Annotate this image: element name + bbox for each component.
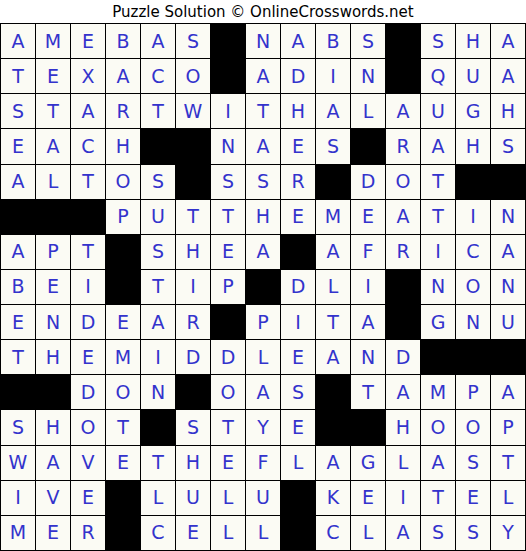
letter-cell-r13c4: E — [106, 446, 140, 480]
block-cell-r10c13 — [421, 340, 455, 374]
letter-cell-r2c5: C — [141, 59, 175, 93]
block-cell-r5c14 — [456, 165, 490, 199]
letter-cell-r10c7: D — [211, 340, 245, 374]
letter-cell-r13c11: G — [351, 446, 385, 480]
letter-cell-r10c2: H — [36, 340, 70, 374]
letter-cell-r2c14: U — [456, 59, 490, 93]
letter-cell-r3c13: U — [421, 94, 455, 128]
letter-cell-r6c5: U — [141, 200, 175, 234]
letter-cell-r1c13: S — [421, 24, 455, 58]
block-cell-r5c6 — [176, 165, 210, 199]
letter-cell-r7c7: E — [211, 235, 245, 269]
block-cell-r8c8 — [246, 270, 280, 304]
letter-cell-r15c1: M — [1, 516, 35, 550]
letter-cell-r9c4: E — [106, 305, 140, 339]
letter-cell-r14c5: L — [141, 481, 175, 515]
block-cell-r6c2 — [36, 200, 70, 234]
letter-cell-r15c3: R — [71, 516, 105, 550]
letter-cell-r9c5: A — [141, 305, 175, 339]
letter-cell-r1c6: S — [176, 24, 210, 58]
letter-cell-r14c8: U — [246, 481, 280, 515]
letter-cell-r13c12: L — [386, 446, 420, 480]
block-cell-r12c10 — [316, 410, 350, 444]
block-cell-r4c5 — [141, 129, 175, 163]
letter-cell-r4c9: E — [281, 129, 315, 163]
letter-cell-r2c3: X — [71, 59, 105, 93]
letter-cell-r6c14: I — [456, 200, 490, 234]
letter-cell-r9c8: P — [246, 305, 280, 339]
letter-cell-r11c12: A — [386, 375, 420, 409]
letter-cell-r6c12: A — [386, 200, 420, 234]
letter-cell-r6c4: P — [106, 200, 140, 234]
letter-cell-r15c12: A — [386, 516, 420, 550]
letter-cell-r13c14: S — [456, 446, 490, 480]
letter-cell-r13c1: W — [1, 446, 35, 480]
block-cell-r8c12 — [386, 270, 420, 304]
letter-cell-r13c3: V — [71, 446, 105, 480]
letter-cell-r10c4: M — [106, 340, 140, 374]
letter-cell-r4c2: A — [36, 129, 70, 163]
letter-cell-r15c13: S — [421, 516, 455, 550]
letter-cell-r11c14: P — [456, 375, 490, 409]
letter-cell-r15c11: L — [351, 516, 385, 550]
letter-cell-r14c7: L — [211, 481, 245, 515]
page-title: Puzzle Solution © OnlineCrosswords.net — [0, 0, 526, 23]
letter-cell-r6c11: E — [351, 200, 385, 234]
letter-cell-r13c10: A — [316, 446, 350, 480]
block-cell-r2c12 — [386, 59, 420, 93]
letter-cell-r8c6: I — [176, 270, 210, 304]
block-cell-r14c4 — [106, 481, 140, 515]
letter-cell-r5c8: S — [246, 165, 280, 199]
letter-cell-r2c8: A — [246, 59, 280, 93]
letter-cell-r13c8: F — [246, 446, 280, 480]
letter-cell-r7c10: A — [316, 235, 350, 269]
letter-cell-r9c6: R — [176, 305, 210, 339]
letter-cell-r1c10: B — [316, 24, 350, 58]
letter-cell-r12c8: Y — [246, 410, 280, 444]
letter-cell-r3c15: H — [491, 94, 525, 128]
letter-cell-r2c4: A — [106, 59, 140, 93]
letter-cell-r3c4: R — [106, 94, 140, 128]
letter-cell-r6c8: H — [246, 200, 280, 234]
letter-cell-r13c7: E — [211, 446, 245, 480]
letter-cell-r15c15: Y — [491, 516, 525, 550]
letter-cell-r4c8: A — [246, 129, 280, 163]
letter-cell-r8c13: N — [421, 270, 455, 304]
letter-cell-r1c5: A — [141, 24, 175, 58]
letter-cell-r14c14: E — [456, 481, 490, 515]
letter-cell-r7c6: H — [176, 235, 210, 269]
block-cell-r15c4 — [106, 516, 140, 550]
letter-cell-r2c13: Q — [421, 59, 455, 93]
letter-cell-r8c10: L — [316, 270, 350, 304]
crossword-grid: AMEBASNABSSHATEXACOADINQUASTARTWITHALAUG… — [0, 23, 526, 551]
block-cell-r7c9 — [281, 235, 315, 269]
letter-cell-r10c5: I — [141, 340, 175, 374]
letter-cell-r7c13: I — [421, 235, 455, 269]
block-cell-r4c6 — [176, 129, 210, 163]
letter-cell-r5c7: S — [211, 165, 245, 199]
letter-cell-r1c4: B — [106, 24, 140, 58]
letter-cell-r14c13: T — [421, 481, 455, 515]
letter-cell-r11c13: M — [421, 375, 455, 409]
letter-cell-r5c3: T — [71, 165, 105, 199]
letter-cell-r13c5: T — [141, 446, 175, 480]
block-cell-r11c6 — [176, 375, 210, 409]
letter-cell-r5c5: S — [141, 165, 175, 199]
letter-cell-r4c15: S — [491, 129, 525, 163]
letter-cell-r4c3: C — [71, 129, 105, 163]
letter-cell-r8c11: I — [351, 270, 385, 304]
letter-cell-r9c1: E — [1, 305, 35, 339]
block-cell-r6c1 — [1, 200, 35, 234]
letter-cell-r1c11: S — [351, 24, 385, 58]
letter-cell-r3c14: G — [456, 94, 490, 128]
block-cell-r5c10 — [316, 165, 350, 199]
letter-cell-r14c3: E — [71, 481, 105, 515]
letter-cell-r3c6: W — [176, 94, 210, 128]
block-cell-r12c11 — [351, 410, 385, 444]
letter-cell-r5c12: O — [386, 165, 420, 199]
letter-cell-r3c12: A — [386, 94, 420, 128]
letter-cell-r3c1: S — [1, 94, 35, 128]
block-cell-r2c7 — [211, 59, 245, 93]
letter-cell-r1c9: A — [281, 24, 315, 58]
letter-cell-r5c2: L — [36, 165, 70, 199]
letter-cell-r8c1: B — [1, 270, 35, 304]
letter-cell-r15c10: C — [316, 516, 350, 550]
letter-cell-r14c2: V — [36, 481, 70, 515]
letter-cell-r3c7: I — [211, 94, 245, 128]
letter-cell-r11c9: S — [281, 375, 315, 409]
block-cell-r1c7 — [211, 24, 245, 58]
letter-cell-r5c9: R — [281, 165, 315, 199]
letter-cell-r13c2: A — [36, 446, 70, 480]
letter-cell-r9c2: N — [36, 305, 70, 339]
letter-cell-r12c2: H — [36, 410, 70, 444]
letter-cell-r2c11: N — [351, 59, 385, 93]
letter-cell-r12c6: S — [176, 410, 210, 444]
letter-cell-r11c11: T — [351, 375, 385, 409]
letter-cell-r2c10: I — [316, 59, 350, 93]
letter-cell-r4c1: E — [1, 129, 35, 163]
letter-cell-r10c10: A — [316, 340, 350, 374]
letter-cell-r15c2: E — [36, 516, 70, 550]
letter-cell-r1c2: M — [36, 24, 70, 58]
block-cell-r9c7 — [211, 305, 245, 339]
letter-cell-r4c10: S — [316, 129, 350, 163]
letter-cell-r7c15: A — [491, 235, 525, 269]
letter-cell-r14c11: E — [351, 481, 385, 515]
letter-cell-r4c12: R — [386, 129, 420, 163]
letter-cell-r12c7: T — [211, 410, 245, 444]
letter-cell-r11c7: O — [211, 375, 245, 409]
letter-cell-r7c5: S — [141, 235, 175, 269]
letter-cell-r6c7: T — [211, 200, 245, 234]
letter-cell-r8c15: N — [491, 270, 525, 304]
letter-cell-r1c8: N — [246, 24, 280, 58]
letter-cell-r1c3: E — [71, 24, 105, 58]
letter-cell-r8c14: O — [456, 270, 490, 304]
letter-cell-r9c3: D — [71, 305, 105, 339]
block-cell-r10c15 — [491, 340, 525, 374]
letter-cell-r5c1: A — [1, 165, 35, 199]
letter-cell-r1c1: A — [1, 24, 35, 58]
letter-cell-r12c4: T — [106, 410, 140, 444]
letter-cell-r2c9: D — [281, 59, 315, 93]
block-cell-r9c12 — [386, 305, 420, 339]
letter-cell-r14c6: U — [176, 481, 210, 515]
letter-cell-r2c1: T — [1, 59, 35, 93]
letter-cell-r5c4: O — [106, 165, 140, 199]
letter-cell-r12c13: O — [421, 410, 455, 444]
block-cell-r11c1 — [1, 375, 35, 409]
letter-cell-r10c9: E — [281, 340, 315, 374]
letter-cell-r5c11: D — [351, 165, 385, 199]
block-cell-r10c14 — [456, 340, 490, 374]
letter-cell-r7c1: A — [1, 235, 35, 269]
letter-cell-r2c2: E — [36, 59, 70, 93]
letter-cell-r10c12: D — [386, 340, 420, 374]
letter-cell-r8c5: T — [141, 270, 175, 304]
letter-cell-r3c5: T — [141, 94, 175, 128]
letter-cell-r13c13: A — [421, 446, 455, 480]
puzzle-solution-page: Puzzle Solution © OnlineCrosswords.net A… — [0, 0, 526, 551]
letter-cell-r14c15: L — [491, 481, 525, 515]
block-cell-r11c10 — [316, 375, 350, 409]
letter-cell-r13c6: H — [176, 446, 210, 480]
letter-cell-r4c14: H — [456, 129, 490, 163]
letter-cell-r8c2: E — [36, 270, 70, 304]
letter-cell-r6c15: N — [491, 200, 525, 234]
letter-cell-r13c9: L — [281, 446, 315, 480]
letter-cell-r3c10: A — [316, 94, 350, 128]
block-cell-r12c5 — [141, 410, 175, 444]
letter-cell-r7c3: T — [71, 235, 105, 269]
letter-cell-r7c2: P — [36, 235, 70, 269]
letter-cell-r9c13: G — [421, 305, 455, 339]
letter-cell-r9c11: A — [351, 305, 385, 339]
letter-cell-r10c3: E — [71, 340, 105, 374]
block-cell-r1c12 — [386, 24, 420, 58]
letter-cell-r1c14: H — [456, 24, 490, 58]
letter-cell-r2c15: A — [491, 59, 525, 93]
letter-cell-r4c13: A — [421, 129, 455, 163]
block-cell-r6c3 — [71, 200, 105, 234]
letter-cell-r12c3: O — [71, 410, 105, 444]
block-cell-r8c4 — [106, 270, 140, 304]
letter-cell-r10c11: N — [351, 340, 385, 374]
block-cell-r5c15 — [491, 165, 525, 199]
letter-cell-r12c9: E — [281, 410, 315, 444]
block-cell-r7c4 — [106, 235, 140, 269]
letter-cell-r11c3: D — [71, 375, 105, 409]
letter-cell-r9c14: N — [456, 305, 490, 339]
letter-cell-r4c7: N — [211, 129, 245, 163]
letter-cell-r10c6: D — [176, 340, 210, 374]
letter-cell-r10c8: L — [246, 340, 280, 374]
letter-cell-r2c6: O — [176, 59, 210, 93]
letter-cell-r4c4: H — [106, 129, 140, 163]
letter-cell-r6c10: M — [316, 200, 350, 234]
letter-cell-r8c3: I — [71, 270, 105, 304]
letter-cell-r12c14: O — [456, 410, 490, 444]
block-cell-r15c9 — [281, 516, 315, 550]
letter-cell-r15c6: E — [176, 516, 210, 550]
letter-cell-r7c8: A — [246, 235, 280, 269]
letter-cell-r15c7: L — [211, 516, 245, 550]
letter-cell-r8c9: D — [281, 270, 315, 304]
block-cell-r11c2 — [36, 375, 70, 409]
letter-cell-r1c15: A — [491, 24, 525, 58]
letter-cell-r10c1: T — [1, 340, 35, 374]
letter-cell-r15c5: C — [141, 516, 175, 550]
letter-cell-r11c15: A — [491, 375, 525, 409]
letter-cell-r14c10: K — [316, 481, 350, 515]
letter-cell-r5c13: T — [421, 165, 455, 199]
letter-cell-r15c14: S — [456, 516, 490, 550]
letter-cell-r12c12: H — [386, 410, 420, 444]
letter-cell-r11c5: N — [141, 375, 175, 409]
block-cell-r14c9 — [281, 481, 315, 515]
letter-cell-r14c1: I — [1, 481, 35, 515]
letter-cell-r14c12: I — [386, 481, 420, 515]
letter-cell-r9c9: I — [281, 305, 315, 339]
letter-cell-r6c13: T — [421, 200, 455, 234]
letter-cell-r3c8: T — [246, 94, 280, 128]
letter-cell-r8c7: P — [211, 270, 245, 304]
letter-cell-r11c8: A — [246, 375, 280, 409]
letter-cell-r11c4: O — [106, 375, 140, 409]
letter-cell-r12c1: S — [1, 410, 35, 444]
letter-cell-r3c11: L — [351, 94, 385, 128]
block-cell-r4c11 — [351, 129, 385, 163]
letter-cell-r3c3: A — [71, 94, 105, 128]
letter-cell-r12c15: P — [491, 410, 525, 444]
letter-cell-r6c9: E — [281, 200, 315, 234]
letter-cell-r6c6: T — [176, 200, 210, 234]
letter-cell-r7c14: C — [456, 235, 490, 269]
letter-cell-r9c10: T — [316, 305, 350, 339]
letter-cell-r13c15: T — [491, 446, 525, 480]
letter-cell-r3c2: T — [36, 94, 70, 128]
letter-cell-r9c15: U — [491, 305, 525, 339]
letter-cell-r7c12: R — [386, 235, 420, 269]
letter-cell-r3c9: H — [281, 94, 315, 128]
letter-cell-r7c11: F — [351, 235, 385, 269]
letter-cell-r15c8: L — [246, 516, 280, 550]
